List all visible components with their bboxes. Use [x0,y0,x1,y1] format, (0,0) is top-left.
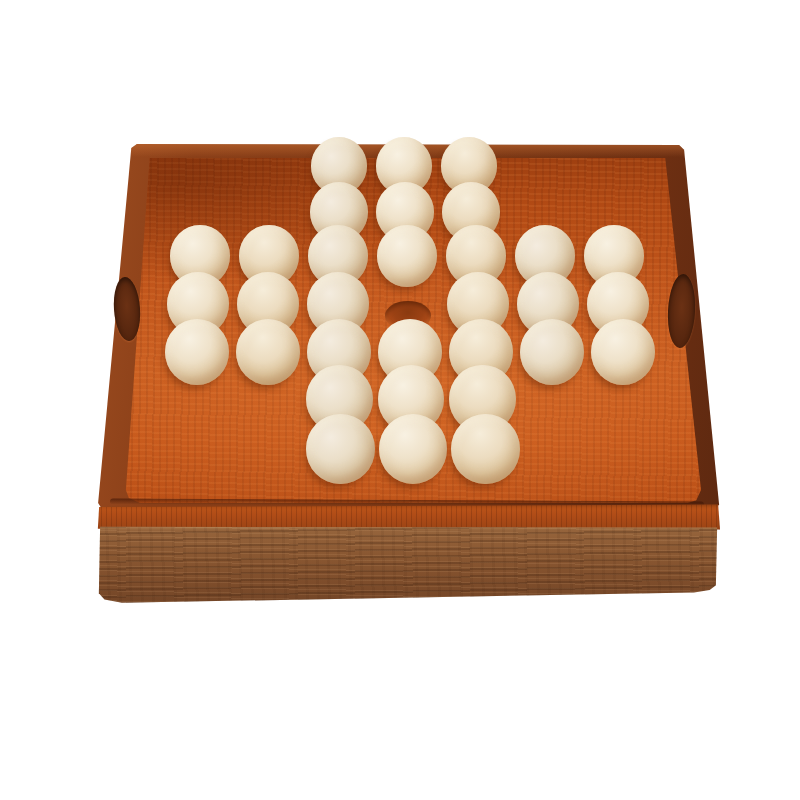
peg-ball[interactable] [377,225,437,287]
pegs-layer [0,0,800,800]
product-photo [0,0,800,800]
peg-ball[interactable] [520,319,585,385]
peg-ball[interactable] [306,414,375,485]
peg-ball[interactable] [165,319,230,385]
peg-ball[interactable] [379,414,448,485]
peg-ball[interactable] [591,319,656,385]
peg-ball[interactable] [236,319,301,385]
peg-ball[interactable] [451,414,520,485]
